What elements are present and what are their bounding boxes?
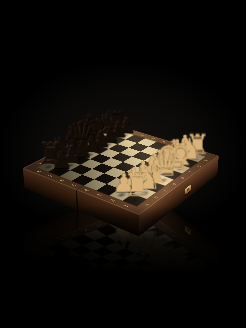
product-photo-stage: ♜♞♝♛♚♝♞♜♟♟♟♟♟♟♟♟♟♟♟♟♟♟♟♟♜♞♝♛♚♝♞♜ aa11bb2…	[0, 0, 246, 328]
brass-clasp-icon	[185, 184, 191, 194]
piece-white-rook: ♜	[112, 169, 163, 201]
piece-black-pawn: ♟	[39, 148, 86, 172]
fold-seam-side	[76, 190, 78, 211]
